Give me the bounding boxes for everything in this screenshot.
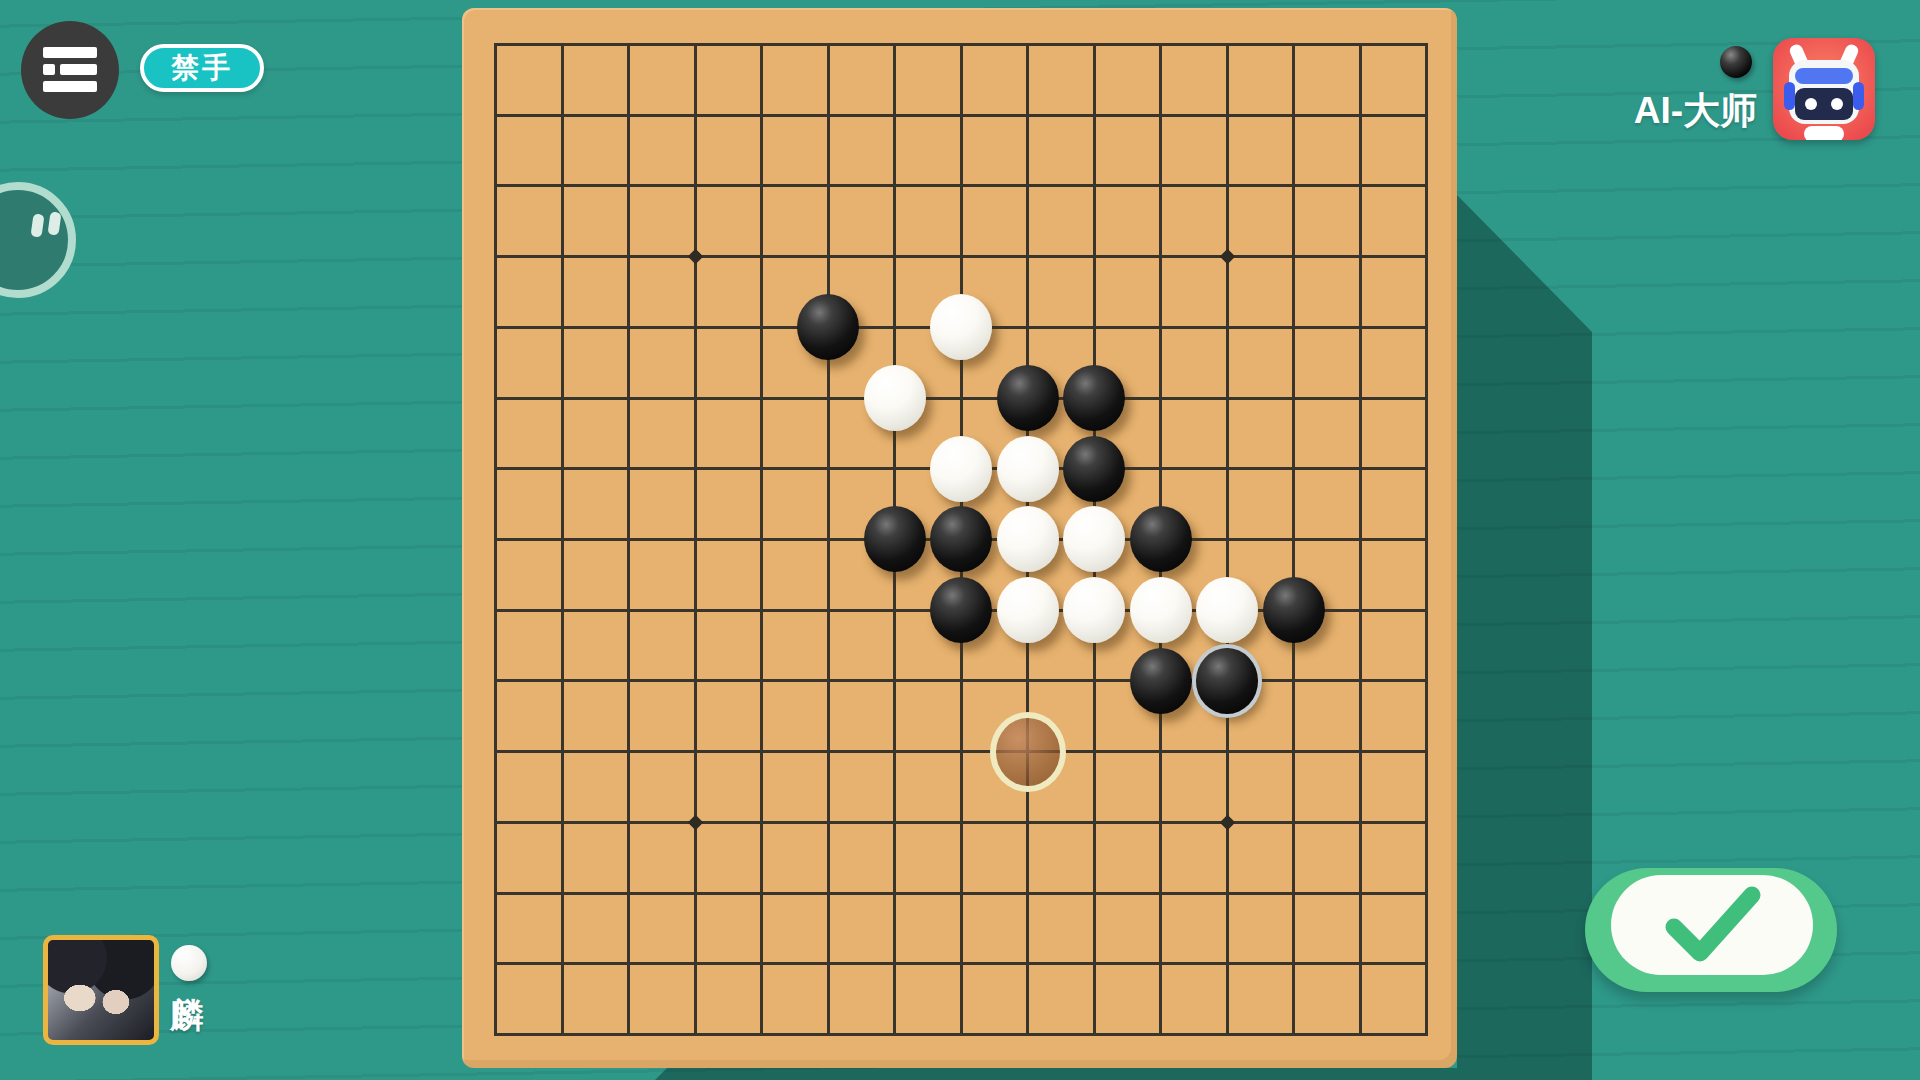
game-screen: 禁手 AI-大师 麟 <box>0 0 1920 1080</box>
stone-white <box>997 506 1059 572</box>
player-name: 麟 <box>170 993 204 1039</box>
star-point <box>687 815 703 831</box>
menu-button[interactable] <box>21 21 119 119</box>
ai-robot-avatar <box>1773 38 1875 140</box>
star-point <box>1219 249 1235 265</box>
stone-white <box>1063 577 1125 643</box>
board-grid[interactable] <box>494 43 1428 1036</box>
stone-white <box>997 436 1059 502</box>
grid-line-horizontal <box>494 892 1428 895</box>
player-white-stone-icon <box>171 945 207 981</box>
confirm-button-face <box>1611 875 1813 975</box>
star-point <box>687 249 703 265</box>
stone-black <box>797 294 859 360</box>
pending-move-ghost-stone[interactable] <box>990 712 1066 792</box>
grid-line-vertical <box>1226 43 1229 1036</box>
robot-eye-right <box>1831 98 1843 110</box>
stone-white <box>930 294 992 360</box>
ai-black-stone-icon <box>1720 46 1752 78</box>
rule-badge-label: 禁手 <box>171 49 233 87</box>
stone-black <box>997 365 1059 431</box>
stone-white <box>1130 577 1192 643</box>
confirm-move-button[interactable] <box>1585 868 1837 992</box>
stone-black-last-move <box>1196 648 1258 714</box>
grid-line-vertical <box>1359 43 1362 1036</box>
grid-line-horizontal <box>494 750 1428 753</box>
grid-line-vertical <box>1292 43 1295 1036</box>
robot-eye-left <box>1805 98 1817 110</box>
forbidden-move-rule-badge: 禁手 <box>140 44 264 92</box>
robot-face-screen <box>1795 88 1853 120</box>
stone-black <box>1263 577 1325 643</box>
grid-line-horizontal <box>494 962 1428 965</box>
stone-white <box>1063 506 1125 572</box>
stone-white <box>930 436 992 502</box>
grid-line-horizontal <box>494 679 1428 682</box>
stone-black <box>930 577 992 643</box>
checkmark-icon <box>1652 885 1772 965</box>
star-point <box>1219 815 1235 831</box>
robot-headphone-left <box>1784 82 1795 110</box>
stone-white <box>1196 577 1258 643</box>
stone-white <box>864 365 926 431</box>
stone-black <box>864 506 926 572</box>
robot-headphone-right <box>1853 82 1864 110</box>
stone-black <box>930 506 992 572</box>
stone-black <box>1130 506 1192 572</box>
stone-black <box>1063 365 1125 431</box>
board <box>462 8 1457 1068</box>
robot-body <box>1804 126 1844 140</box>
player-avatar <box>43 935 159 1045</box>
stone-black <box>1063 436 1125 502</box>
stone-black <box>1130 648 1192 714</box>
grid-line-horizontal <box>494 821 1428 824</box>
ai-player-name: AI-大师 <box>1634 86 1757 136</box>
grid-line-vertical <box>1425 43 1428 1036</box>
robot-visor <box>1795 68 1853 84</box>
grid-line-horizontal <box>494 1033 1428 1036</box>
stone-white <box>997 577 1059 643</box>
